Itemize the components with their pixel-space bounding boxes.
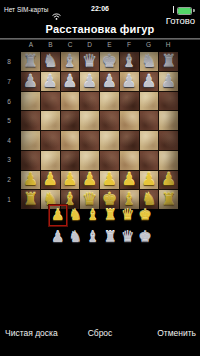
palette-black-queen[interactable]: ♛ xyxy=(119,227,137,248)
piece-black-queen: ♛ xyxy=(121,230,134,245)
piece-black-king: ♚ xyxy=(139,230,152,245)
square-c2[interactable]: ♟ xyxy=(61,171,80,190)
piece-white-pawn: ♟ xyxy=(82,171,97,188)
file-label-f: F xyxy=(119,41,139,50)
rank-label-8: 8 xyxy=(2,52,16,72)
status-bar-mark xyxy=(173,6,174,13)
square-b5[interactable] xyxy=(41,111,60,130)
piece-black-pawn: ♟ xyxy=(161,73,176,90)
square-f8[interactable]: ♝ xyxy=(120,52,139,71)
palette-white-queen[interactable]: ♛ xyxy=(119,205,137,226)
file-label-h: H xyxy=(158,41,178,50)
piece-black-knight: ♞ xyxy=(69,230,82,245)
square-b4[interactable] xyxy=(41,131,60,150)
square-c5[interactable] xyxy=(61,111,80,130)
piece-white-pawn: ♟ xyxy=(141,171,156,188)
piece-white-knight: ♞ xyxy=(69,208,82,223)
square-b6[interactable] xyxy=(41,92,60,111)
piece-black-pawn: ♟ xyxy=(141,73,156,90)
piece-black-pawn: ♟ xyxy=(122,73,137,90)
file-label-a: A xyxy=(21,41,41,50)
square-e8[interactable]: ♚ xyxy=(100,52,119,71)
piece-black-queen: ♛ xyxy=(82,53,97,70)
piece-black-pawn: ♟ xyxy=(82,73,97,90)
square-f2[interactable]: ♟ xyxy=(120,171,139,190)
piece-black-pawn: ♟ xyxy=(43,73,58,90)
status-time: 22:06 xyxy=(0,5,200,12)
square-f4[interactable] xyxy=(120,131,139,150)
rank-label-1: 1 xyxy=(2,189,16,209)
square-d6[interactable] xyxy=(80,92,99,111)
palette-white-rook[interactable]: ♜ xyxy=(102,205,120,226)
square-h7[interactable]: ♟ xyxy=(159,72,178,91)
file-label-g: G xyxy=(139,41,159,50)
piece-white-rook: ♜ xyxy=(23,191,38,208)
square-g2[interactable]: ♟ xyxy=(140,171,159,190)
square-a3[interactable] xyxy=(21,151,40,170)
palette-black-row: ♟♞♝♜♛♚ xyxy=(49,227,154,248)
square-h6[interactable] xyxy=(159,92,178,111)
square-b7[interactable]: ♟ xyxy=(41,72,60,91)
square-e3[interactable] xyxy=(100,151,119,170)
square-d4[interactable] xyxy=(80,131,99,150)
rank-label-3: 3 xyxy=(2,150,16,170)
page-title: Расстановка фигур xyxy=(0,23,200,35)
square-h4[interactable] xyxy=(159,131,178,150)
piece-white-rook: ♜ xyxy=(104,208,117,223)
palette-white-row: ♟♞♝♜♛♚ xyxy=(49,205,154,226)
piece-white-pawn: ♟ xyxy=(161,171,176,188)
file-labels: ABCDEFGH xyxy=(21,41,178,50)
piece-black-pawn: ♟ xyxy=(51,230,64,245)
piece-black-knight: ♞ xyxy=(43,53,58,70)
piece-white-pawn: ♟ xyxy=(102,171,117,188)
square-f5[interactable] xyxy=(120,111,139,130)
cancel-button[interactable]: Отменить xyxy=(157,328,196,338)
battery-tip xyxy=(193,9,195,12)
piece-black-bishop: ♝ xyxy=(86,230,99,245)
chess-board[interactable]: ♜♞♝♛♚♝♞♜♟♟♟♟♟♟♟♟♟♟♟♟♟♟♟♟♜♞♝♛♚♝♞♜ xyxy=(21,52,178,209)
rank-labels: 87654321 xyxy=(2,52,16,209)
piece-white-pawn: ♟ xyxy=(62,171,77,188)
rank-label-5: 5 xyxy=(2,111,16,131)
square-d3[interactable] xyxy=(80,151,99,170)
square-a8[interactable]: ♜ xyxy=(21,52,40,71)
reset-button[interactable]: Сброс xyxy=(88,328,113,338)
square-c6[interactable] xyxy=(61,92,80,111)
rank-label-4: 4 xyxy=(2,131,16,151)
piece-black-bishop: ♝ xyxy=(122,53,137,70)
square-g3[interactable] xyxy=(140,151,159,170)
square-a4[interactable] xyxy=(21,131,40,150)
palette-white-king[interactable]: ♚ xyxy=(137,205,155,226)
square-g8[interactable]: ♞ xyxy=(140,52,159,71)
square-a2[interactable]: ♟ xyxy=(21,171,40,190)
piece-white-pawn: ♟ xyxy=(122,171,137,188)
square-b2[interactable]: ♟ xyxy=(41,171,60,190)
palette-white-bishop[interactable]: ♝ xyxy=(84,205,102,226)
square-c7[interactable]: ♟ xyxy=(61,72,80,91)
square-h3[interactable] xyxy=(159,151,178,170)
piece-white-pawn: ♟ xyxy=(23,171,38,188)
square-c3[interactable] xyxy=(61,151,80,170)
square-f6[interactable] xyxy=(120,92,139,111)
file-label-d: D xyxy=(80,41,100,50)
square-c8[interactable]: ♝ xyxy=(61,52,80,71)
square-d8[interactable]: ♛ xyxy=(80,52,99,71)
piece-black-king: ♚ xyxy=(102,53,117,70)
nav-bar: Готово Расстановка фигур xyxy=(0,13,200,38)
square-d5[interactable] xyxy=(80,111,99,130)
square-a7[interactable]: ♟ xyxy=(21,72,40,91)
square-h5[interactable] xyxy=(159,111,178,130)
square-g5[interactable] xyxy=(140,111,159,130)
piece-white-queen: ♛ xyxy=(121,208,134,223)
piece-white-king: ♚ xyxy=(139,208,152,223)
square-e4[interactable] xyxy=(100,131,119,150)
square-f3[interactable] xyxy=(120,151,139,170)
square-a1[interactable]: ♜ xyxy=(21,190,40,209)
square-e7[interactable]: ♟ xyxy=(100,72,119,91)
square-b3[interactable] xyxy=(41,151,60,170)
square-g6[interactable] xyxy=(140,92,159,111)
square-h1[interactable]: ♜ xyxy=(159,190,178,209)
file-label-e: E xyxy=(100,41,120,50)
square-f7[interactable]: ♟ xyxy=(120,72,139,91)
square-e6[interactable] xyxy=(100,92,119,111)
square-h2[interactable]: ♟ xyxy=(159,171,178,190)
piece-white-bishop: ♝ xyxy=(86,208,99,223)
rank-label-6: 6 xyxy=(2,91,16,111)
piece-black-rook: ♜ xyxy=(161,53,176,70)
piece-black-pawn: ♟ xyxy=(62,73,77,90)
piece-black-rook: ♜ xyxy=(23,53,38,70)
palette-black-bishop[interactable]: ♝ xyxy=(84,227,102,248)
square-g7[interactable]: ♟ xyxy=(140,72,159,91)
rank-label-7: 7 xyxy=(2,72,16,92)
file-label-c: C xyxy=(60,41,80,50)
piece-white-rook: ♜ xyxy=(161,191,176,208)
palette-black-pawn[interactable]: ♟ xyxy=(49,227,67,248)
square-a5[interactable] xyxy=(21,111,40,130)
palette-white-pawn[interactable]: ♟ xyxy=(49,205,67,226)
palette-black-knight[interactable]: ♞ xyxy=(67,227,85,248)
square-d7[interactable]: ♟ xyxy=(80,72,99,91)
palette-black-king[interactable]: ♚ xyxy=(137,227,155,248)
square-h8[interactable]: ♜ xyxy=(159,52,178,71)
nav-separator xyxy=(0,38,200,40)
square-g4[interactable] xyxy=(140,131,159,150)
piece-black-bishop: ♝ xyxy=(62,53,77,70)
piece-white-pawn: ♟ xyxy=(43,171,58,188)
clear-board-button[interactable]: Чистая доска xyxy=(5,328,58,338)
palette-black-rook[interactable]: ♜ xyxy=(102,227,120,248)
palette-white-knight[interactable]: ♞ xyxy=(67,205,85,226)
piece-black-rook: ♜ xyxy=(104,230,117,245)
square-b8[interactable]: ♞ xyxy=(41,52,60,71)
piece-black-pawn: ♟ xyxy=(23,73,38,90)
square-d2[interactable]: ♟ xyxy=(80,171,99,190)
piece-black-pawn: ♟ xyxy=(102,73,117,90)
square-a6[interactable] xyxy=(21,92,40,111)
rank-label-2: 2 xyxy=(2,170,16,190)
square-e5[interactable] xyxy=(100,111,119,130)
square-c4[interactable] xyxy=(61,131,80,150)
app-screen: Нет SIM-карты 22:06 Готово Расстановка ф… xyxy=(0,0,200,356)
piece-black-knight: ♞ xyxy=(141,53,156,70)
square-e2[interactable]: ♟ xyxy=(100,171,119,190)
bottom-toolbar: Чистая доска Сброс Отменить xyxy=(0,322,200,356)
file-label-b: B xyxy=(41,41,61,50)
piece-white-pawn: ♟ xyxy=(51,208,64,223)
